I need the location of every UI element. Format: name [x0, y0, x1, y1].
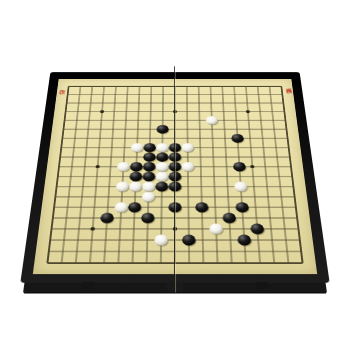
black-stone [157, 125, 169, 134]
black-stone [233, 162, 246, 171]
white-stone [156, 143, 168, 152]
white-stone [154, 235, 168, 246]
black-stone [231, 134, 244, 143]
left-red-label: 围棋 [59, 87, 65, 88]
board-frame: 围棋 磁性围棋 [20, 72, 329, 283]
black-stone [237, 235, 251, 246]
black-stone [222, 213, 236, 223]
black-stone [235, 202, 249, 212]
foot-right [255, 281, 268, 288]
white-stone [156, 172, 169, 182]
black-stone [155, 182, 168, 192]
right-red-label: 磁性围棋 [285, 85, 291, 87]
stones [98, 116, 266, 246]
white-stone [234, 182, 247, 192]
white-stone [156, 162, 169, 171]
product-photo: 围棋 磁性围棋 [0, 0, 350, 350]
white-stone [206, 116, 218, 125]
foot-left [82, 281, 95, 288]
black-stone [156, 152, 169, 161]
white-stone [181, 143, 193, 152]
black-stone [250, 224, 264, 235]
black-stone [182, 235, 196, 246]
black-stone [195, 202, 208, 212]
folding-goban: 围棋 磁性围棋 [20, 72, 329, 283]
fold-seam [174, 66, 176, 292]
white-stone [209, 224, 223, 235]
white-stone [182, 162, 195, 171]
